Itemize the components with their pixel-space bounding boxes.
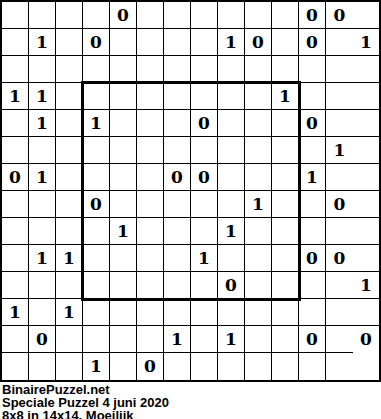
cell-r3c8[interactable] (218, 83, 245, 110)
cell-r9c8[interactable] (218, 245, 245, 272)
cell-r11c9[interactable] (245, 299, 272, 326)
cell-r11c2: 1 (56, 299, 83, 326)
cell-r13c9[interactable] (245, 353, 272, 380)
cell-r0c11: 0 (299, 2, 326, 29)
cell-r6c0: 0 (2, 164, 29, 191)
cell-r0c5[interactable] (137, 2, 164, 29)
cell-r7c4[interactable] (110, 191, 137, 218)
cell-r3c11[interactable] (299, 83, 326, 110)
cell-r1c6[interactable] (164, 29, 191, 56)
cell-r1c13: 1 (353, 29, 380, 56)
cell-r5c8[interactable] (218, 137, 245, 164)
cell-r7c11[interactable] (299, 191, 326, 218)
cell-r4c12[interactable] (326, 110, 353, 137)
cell-r2c11[interactable] (299, 56, 326, 83)
cell-r5c3[interactable] (83, 137, 110, 164)
cell-r13c2[interactable] (56, 353, 83, 380)
cell-r2c5[interactable] (137, 56, 164, 83)
cell-r1c0[interactable] (2, 29, 29, 56)
cell-r2c13[interactable] (353, 56, 380, 83)
cell-r13c11[interactable] (299, 353, 326, 380)
cell-r12c6: 1 (164, 326, 191, 353)
cell-r13c3: 1 (83, 353, 110, 380)
cell-r2c12[interactable] (326, 56, 353, 83)
cell-r9c2: 1 (56, 245, 83, 272)
cell-r2c4[interactable] (110, 56, 137, 83)
cell-r6c10[interactable] (272, 164, 299, 191)
cell-r11c13[interactable] (353, 299, 380, 326)
cell-r5c12: 1 (326, 137, 353, 164)
cell-r12c5[interactable] (137, 326, 164, 353)
cell-r12c3[interactable] (83, 326, 110, 353)
cell-r11c4[interactable] (110, 299, 137, 326)
cell-r2c3[interactable] (83, 56, 110, 83)
cell-r0c2[interactable] (56, 2, 83, 29)
cell-r13c13[interactable] (353, 353, 380, 380)
cell-r3c3[interactable] (83, 83, 110, 110)
cell-r12c12[interactable] (326, 326, 353, 353)
cell-r8c2[interactable] (56, 218, 83, 245)
cell-r8c7[interactable] (191, 218, 218, 245)
cell-r9c4[interactable] (110, 245, 137, 272)
cell-r8c11[interactable] (299, 218, 326, 245)
cell-r0c3[interactable] (83, 2, 110, 29)
cell-r11c8[interactable] (218, 299, 245, 326)
cell-r13c4[interactable] (110, 353, 137, 380)
cell-r12c1: 0 (29, 326, 56, 353)
cell-r12c10[interactable] (272, 326, 299, 353)
cell-r4c0[interactable] (2, 110, 29, 137)
cell-r8c8: 1 (218, 218, 245, 245)
cell-r7c1[interactable] (29, 191, 56, 218)
cell-r5c13[interactable] (353, 137, 380, 164)
cell-r0c4: 0 (110, 2, 137, 29)
cell-r5c5[interactable] (137, 137, 164, 164)
cell-r12c0[interactable] (2, 326, 29, 353)
cell-r10c5[interactable] (137, 272, 164, 299)
cell-r0c12: 0 (326, 2, 353, 29)
cell-r5c6[interactable] (164, 137, 191, 164)
cell-r10c3[interactable] (83, 272, 110, 299)
cell-r3c10: 1 (272, 83, 299, 110)
puzzle-page: 0001010011111100101001010111110001110110… (0, 0, 381, 419)
binary-puzzle-grid: 0001010011111100101001010111110001110110… (0, 0, 381, 382)
cell-r10c12[interactable] (326, 272, 353, 299)
cell-r5c1[interactable] (29, 137, 56, 164)
cell-r4c3: 1 (83, 110, 110, 137)
cell-r0c8[interactable] (218, 2, 245, 29)
cell-r2c6[interactable] (164, 56, 191, 83)
cell-r10c7[interactable] (191, 272, 218, 299)
cell-r10c10[interactable] (272, 272, 299, 299)
cell-r5c2[interactable] (56, 137, 83, 164)
cell-r7c3: 0 (83, 191, 110, 218)
cell-r3c6[interactable] (164, 83, 191, 110)
cell-r11c1[interactable] (29, 299, 56, 326)
cell-r4c1: 1 (29, 110, 56, 137)
cell-r6c3[interactable] (83, 164, 110, 191)
cell-r4c11: 0 (299, 110, 326, 137)
cell-r8c9[interactable] (245, 218, 272, 245)
cell-r3c4[interactable] (110, 83, 137, 110)
cell-r12c2[interactable] (56, 326, 83, 353)
cell-r6c7: 0 (191, 164, 218, 191)
cell-r10c8: 0 (218, 272, 245, 299)
cell-r12c11: 0 (299, 326, 326, 353)
cell-r4c6[interactable] (164, 110, 191, 137)
cell-r2c9[interactable] (245, 56, 272, 83)
cell-r5c7[interactable] (191, 137, 218, 164)
cell-r6c11: 1 (299, 164, 326, 191)
cell-r1c9: 0 (245, 29, 272, 56)
cell-r12c9[interactable] (245, 326, 272, 353)
cell-r4c9[interactable] (245, 110, 272, 137)
cell-r6c5[interactable] (137, 164, 164, 191)
cell-r8c5[interactable] (137, 218, 164, 245)
cell-r6c8[interactable] (218, 164, 245, 191)
cell-r7c6[interactable] (164, 191, 191, 218)
cell-r13c7[interactable] (191, 353, 218, 380)
cell-r11c5[interactable] (137, 299, 164, 326)
cell-r1c4[interactable] (110, 29, 137, 56)
cell-r9c5[interactable] (137, 245, 164, 272)
cell-r11c10[interactable] (272, 299, 299, 326)
cell-r8c12[interactable] (326, 218, 353, 245)
cell-r9c0[interactable] (2, 245, 29, 272)
cell-r1c12[interactable] (326, 29, 353, 56)
cell-r0c0[interactable] (2, 2, 29, 29)
cell-r7c7[interactable] (191, 191, 218, 218)
cell-r6c4[interactable] (110, 164, 137, 191)
cell-r6c2[interactable] (56, 164, 83, 191)
cell-r11c6[interactable] (164, 299, 191, 326)
cell-r2c10[interactable] (272, 56, 299, 83)
cell-r12c13: 0 (353, 326, 380, 353)
cell-r13c6[interactable] (164, 353, 191, 380)
cell-r0c9[interactable] (245, 2, 272, 29)
cell-r2c7[interactable] (191, 56, 218, 83)
cell-r9c10[interactable] (272, 245, 299, 272)
cell-r12c8: 1 (218, 326, 245, 353)
cell-r7c13[interactable] (353, 191, 380, 218)
cell-r1c10[interactable] (272, 29, 299, 56)
cell-r2c0[interactable] (2, 56, 29, 83)
cell-r3c13[interactable] (353, 83, 380, 110)
cell-r10c1[interactable] (29, 272, 56, 299)
cell-r3c9[interactable] (245, 83, 272, 110)
cell-r0c1[interactable] (29, 2, 56, 29)
cell-r3c5[interactable] (137, 83, 164, 110)
cell-r11c12[interactable] (326, 299, 353, 326)
cell-r6c9[interactable] (245, 164, 272, 191)
cell-r4c8[interactable] (218, 110, 245, 137)
cell-r1c3: 0 (83, 29, 110, 56)
cell-r8c4: 1 (110, 218, 137, 245)
cell-r2c8[interactable] (218, 56, 245, 83)
cell-r4c4[interactable] (110, 110, 137, 137)
cell-r12c7[interactable] (191, 326, 218, 353)
cell-r1c7[interactable] (191, 29, 218, 56)
cell-r13c10[interactable] (272, 353, 299, 380)
cell-r9c12: 0 (326, 245, 353, 272)
cell-r8c10[interactable] (272, 218, 299, 245)
cell-r13c1[interactable] (29, 353, 56, 380)
cell-r9c11: 0 (299, 245, 326, 272)
cell-r13c5: 0 (137, 353, 164, 380)
cell-r9c6[interactable] (164, 245, 191, 272)
cell-r6c13[interactable] (353, 164, 380, 191)
cell-r8c0[interactable] (2, 218, 29, 245)
cell-r12c4[interactable] (110, 326, 137, 353)
cell-r8c13[interactable] (353, 218, 380, 245)
cell-r6c1: 1 (29, 164, 56, 191)
cell-r0c13[interactable] (353, 2, 380, 29)
cell-r9c7: 1 (191, 245, 218, 272)
cell-r7c8[interactable] (218, 191, 245, 218)
cell-r9c9[interactable] (245, 245, 272, 272)
cell-r0c10[interactable] (272, 2, 299, 29)
cell-r0c6[interactable] (164, 2, 191, 29)
cell-r5c9[interactable] (245, 137, 272, 164)
cell-r0c7[interactable] (191, 2, 218, 29)
cell-r1c1: 1 (29, 29, 56, 56)
cell-r5c11[interactable] (299, 137, 326, 164)
cell-r6c6: 0 (164, 164, 191, 191)
cell-r9c3[interactable] (83, 245, 110, 272)
cell-r5c4[interactable] (110, 137, 137, 164)
cell-r10c13: 1 (353, 272, 380, 299)
cell-r7c0[interactable] (2, 191, 29, 218)
cell-r10c4[interactable] (110, 272, 137, 299)
cell-r5c0[interactable] (2, 137, 29, 164)
cell-r7c2[interactable] (56, 191, 83, 218)
cell-r3c0: 1 (2, 83, 29, 110)
cell-r11c3[interactable] (83, 299, 110, 326)
cell-r3c7[interactable] (191, 83, 218, 110)
cell-r4c10[interactable] (272, 110, 299, 137)
cell-r13c12[interactable] (326, 353, 353, 380)
cell-r8c3[interactable] (83, 218, 110, 245)
cell-r11c0: 1 (2, 299, 29, 326)
cell-r4c5[interactable] (137, 110, 164, 137)
footer: BinairePuzzel.net Speciale Puzzel 4 juni… (0, 382, 381, 419)
cell-r5c10[interactable] (272, 137, 299, 164)
cell-r8c1[interactable] (29, 218, 56, 245)
cell-r10c0[interactable] (2, 272, 29, 299)
cell-r4c13[interactable] (353, 110, 380, 137)
cell-r10c2[interactable] (56, 272, 83, 299)
cell-r1c11: 0 (299, 29, 326, 56)
cell-r7c10[interactable] (272, 191, 299, 218)
cell-r11c7[interactable] (191, 299, 218, 326)
cell-r2c1[interactable] (29, 56, 56, 83)
cell-r9c13[interactable] (353, 245, 380, 272)
cell-r10c9[interactable] (245, 272, 272, 299)
cell-r7c9: 1 (245, 191, 272, 218)
cell-r9c1: 1 (29, 245, 56, 272)
cell-r1c2[interactable] (56, 29, 83, 56)
cell-r3c1: 1 (29, 83, 56, 110)
cell-r11c11[interactable] (299, 299, 326, 326)
cell-r10c6[interactable] (164, 272, 191, 299)
cell-r4c7: 0 (191, 110, 218, 137)
cell-r6c12[interactable] (326, 164, 353, 191)
cell-r1c8: 1 (218, 29, 245, 56)
cell-r13c8[interactable] (218, 353, 245, 380)
cell-r10c11[interactable] (299, 272, 326, 299)
cell-r8c6[interactable] (164, 218, 191, 245)
cell-r2c2[interactable] (56, 56, 83, 83)
cell-r7c5[interactable] (137, 191, 164, 218)
cell-r3c12[interactable] (326, 83, 353, 110)
cell-r3c2[interactable] (56, 83, 83, 110)
cell-r1c5[interactable] (137, 29, 164, 56)
cell-r4c2[interactable] (56, 110, 83, 137)
cell-r13c0[interactable] (2, 353, 29, 380)
cell-r7c12: 0 (326, 191, 353, 218)
footer-puzzle-spec: 8x8 in 14x14, Moeilijk (2, 409, 381, 419)
